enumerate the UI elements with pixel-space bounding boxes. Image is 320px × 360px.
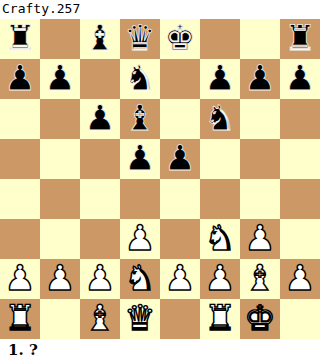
square-d4[interactable]: [120, 179, 160, 219]
square-d7[interactable]: ♞: [120, 59, 160, 99]
square-f7[interactable]: ♟: [200, 59, 240, 99]
square-b6[interactable]: [40, 99, 80, 139]
square-g4[interactable]: [240, 179, 280, 219]
square-e5[interactable]: ♟: [160, 139, 200, 179]
piece-black-queen[interactable]: ♛: [124, 19, 155, 58]
piece-white-bishop[interactable]: ♝: [84, 299, 115, 338]
square-e4[interactable]: [160, 179, 200, 219]
square-a5[interactable]: [0, 139, 40, 179]
square-a2[interactable]: ♟: [0, 259, 40, 299]
piece-white-rook[interactable]: ♜: [4, 299, 35, 338]
piece-white-pawn[interactable]: ♟: [284, 259, 315, 298]
square-e2[interactable]: ♟: [160, 259, 200, 299]
square-c4[interactable]: [80, 179, 120, 219]
square-h1[interactable]: [280, 299, 320, 339]
square-f6[interactable]: ♞: [200, 99, 240, 139]
square-f8[interactable]: [200, 19, 240, 59]
square-b4[interactable]: [40, 179, 80, 219]
square-e1[interactable]: [160, 299, 200, 339]
square-e3[interactable]: [160, 219, 200, 259]
piece-white-queen[interactable]: ♛: [124, 299, 155, 338]
piece-black-rook[interactable]: ♜: [4, 19, 35, 58]
square-e8[interactable]: ♚: [160, 19, 200, 59]
square-f5[interactable]: [200, 139, 240, 179]
square-d8[interactable]: ♛: [120, 19, 160, 59]
square-d2[interactable]: ♞: [120, 259, 160, 299]
square-c1[interactable]: ♝: [80, 299, 120, 339]
square-g6[interactable]: [240, 99, 280, 139]
square-b3[interactable]: [40, 219, 80, 259]
piece-white-pawn[interactable]: ♟: [124, 219, 155, 258]
square-h6[interactable]: [280, 99, 320, 139]
square-h7[interactable]: ♟: [280, 59, 320, 99]
piece-black-pawn[interactable]: ♟: [284, 59, 315, 98]
square-d6[interactable]: ♝: [120, 99, 160, 139]
move-prompt: 1. ?: [0, 339, 320, 360]
piece-white-pawn[interactable]: ♟: [4, 259, 35, 298]
window-title: Crafty.257: [0, 0, 320, 19]
piece-white-pawn[interactable]: ♟: [44, 259, 75, 298]
piece-black-pawn[interactable]: ♟: [244, 59, 275, 98]
square-d3[interactable]: ♟: [120, 219, 160, 259]
piece-white-bishop[interactable]: ♝: [244, 259, 275, 298]
piece-black-pawn[interactable]: ♟: [4, 59, 35, 98]
piece-white-rook[interactable]: ♜: [204, 299, 235, 338]
square-h8[interactable]: ♜: [280, 19, 320, 59]
square-b5[interactable]: [40, 139, 80, 179]
piece-white-pawn[interactable]: ♟: [244, 219, 275, 258]
piece-white-pawn[interactable]: ♟: [164, 259, 195, 298]
square-g8[interactable]: [240, 19, 280, 59]
square-f3[interactable]: ♞: [200, 219, 240, 259]
square-b8[interactable]: [40, 19, 80, 59]
square-b1[interactable]: [40, 299, 80, 339]
square-c3[interactable]: [80, 219, 120, 259]
piece-black-bishop[interactable]: ♝: [84, 19, 115, 58]
square-g1[interactable]: ♚: [240, 299, 280, 339]
piece-black-king[interactable]: ♚: [164, 19, 195, 58]
square-a7[interactable]: ♟: [0, 59, 40, 99]
piece-black-pawn[interactable]: ♟: [124, 139, 155, 178]
square-c5[interactable]: [80, 139, 120, 179]
piece-black-knight[interactable]: ♞: [204, 99, 235, 138]
square-b7[interactable]: ♟: [40, 59, 80, 99]
square-d5[interactable]: ♟: [120, 139, 160, 179]
square-f4[interactable]: [200, 179, 240, 219]
piece-white-knight[interactable]: ♞: [124, 259, 155, 298]
chess-board: ♜♝♛♚♜♟♟♞♟♟♟♟♝♞♟♟♟♞♟♟♟♟♞♟♟♝♟♜♝♛♜♚: [0, 19, 320, 339]
square-b2[interactable]: ♟: [40, 259, 80, 299]
piece-black-rook[interactable]: ♜: [284, 19, 315, 58]
piece-white-knight[interactable]: ♞: [204, 219, 235, 258]
square-a3[interactable]: [0, 219, 40, 259]
crafty-window: Crafty.257 ♜♝♛♚♜♟♟♞♟♟♟♟♝♞♟♟♟♞♟♟♟♟♞♟♟♝♟♜♝…: [0, 0, 320, 360]
square-c6[interactable]: ♟: [80, 99, 120, 139]
square-h2[interactable]: ♟: [280, 259, 320, 299]
square-g2[interactable]: ♝: [240, 259, 280, 299]
square-a4[interactable]: [0, 179, 40, 219]
square-h4[interactable]: [280, 179, 320, 219]
piece-white-pawn[interactable]: ♟: [84, 259, 115, 298]
square-g5[interactable]: [240, 139, 280, 179]
square-e6[interactable]: [160, 99, 200, 139]
piece-black-pawn[interactable]: ♟: [204, 59, 235, 98]
square-f2[interactable]: ♟: [200, 259, 240, 299]
square-a1[interactable]: ♜: [0, 299, 40, 339]
piece-white-pawn[interactable]: ♟: [204, 259, 235, 298]
piece-black-bishop[interactable]: ♝: [124, 99, 155, 138]
square-h5[interactable]: [280, 139, 320, 179]
piece-black-pawn[interactable]: ♟: [84, 99, 115, 138]
square-d1[interactable]: ♛: [120, 299, 160, 339]
square-g3[interactable]: ♟: [240, 219, 280, 259]
square-h3[interactable]: [280, 219, 320, 259]
square-c7[interactable]: [80, 59, 120, 99]
piece-black-pawn[interactable]: ♟: [44, 59, 75, 98]
piece-white-king[interactable]: ♚: [244, 299, 275, 338]
square-e7[interactable]: [160, 59, 200, 99]
piece-black-pawn[interactable]: ♟: [164, 139, 195, 178]
square-c8[interactable]: ♝: [80, 19, 120, 59]
square-a6[interactable]: [0, 99, 40, 139]
square-f1[interactable]: ♜: [200, 299, 240, 339]
square-g7[interactable]: ♟: [240, 59, 280, 99]
piece-black-knight[interactable]: ♞: [124, 59, 155, 98]
square-a8[interactable]: ♜: [0, 19, 40, 59]
square-c2[interactable]: ♟: [80, 259, 120, 299]
